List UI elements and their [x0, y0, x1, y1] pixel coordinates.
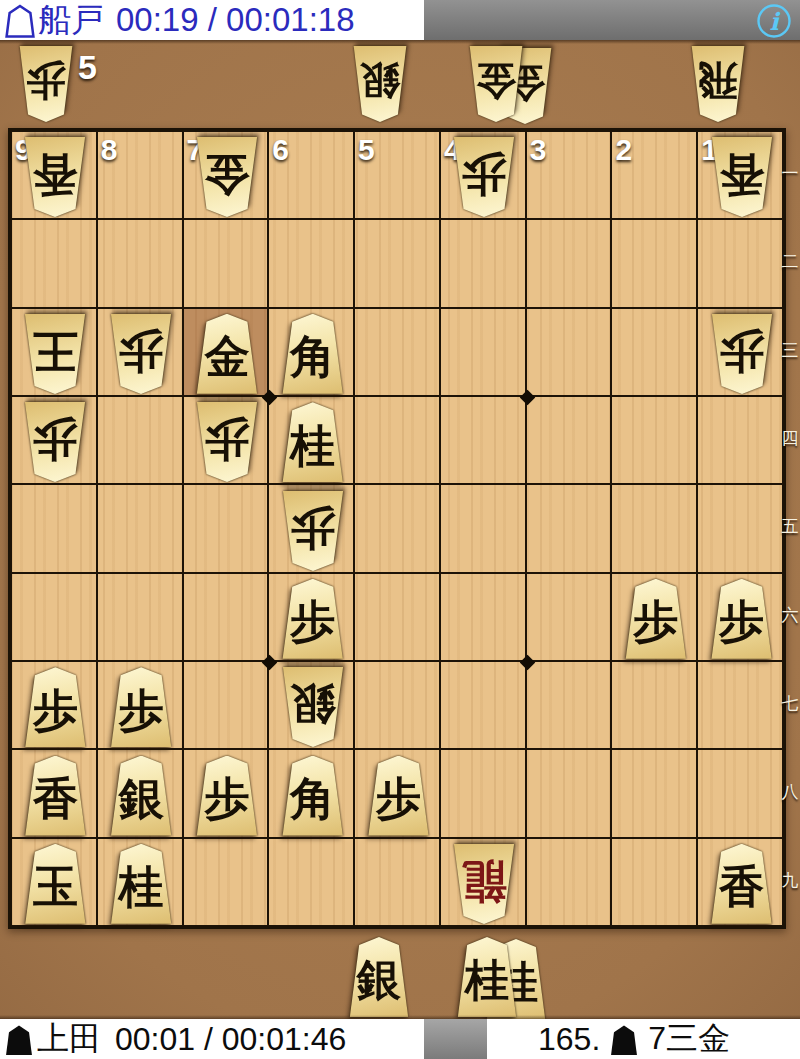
piece-body: 歩 [367, 756, 431, 836]
board-cell-3-2[interactable] [526, 219, 612, 307]
piece-glyph: 歩 [719, 599, 764, 644]
piece-body: 金 [195, 314, 259, 394]
piece-glyph: 角 [290, 776, 335, 821]
board-cell-4-3[interactable] [440, 308, 526, 396]
board-cell-4-6[interactable] [440, 573, 526, 661]
board-cell-2-5[interactable] [611, 484, 697, 572]
board-cell-7-2[interactable] [183, 219, 269, 307]
gote-hand-stand: 歩5銀金金飛 [0, 40, 800, 128]
board-piece-1-6-歩[interactable]: 歩 [710, 579, 774, 659]
rank-label-5: 五 [780, 515, 800, 538]
board-cell-5-7[interactable] [354, 661, 440, 749]
hand-gote-銀[interactable]: 銀 [352, 46, 408, 122]
board-piece-4-9-龍[interactable]: 龍 [452, 844, 516, 924]
board-piece-7-1-金[interactable]: 金 [195, 137, 259, 217]
top-bar-shadow [0, 40, 800, 44]
piece-body: 歩 [281, 579, 345, 659]
board-cell-3-3[interactable] [526, 308, 612, 396]
piece-body: 飛 [690, 46, 746, 122]
board-cell-4-8[interactable] [440, 749, 526, 837]
rank-label-9: 九 [780, 869, 800, 892]
piece-glyph: 桂 [290, 423, 335, 468]
piece-body: 桂 [109, 844, 173, 924]
board-piece-9-4-歩[interactable]: 歩 [23, 402, 87, 482]
gote-player-panel: 船戸 00:19 / 00:01:18 [0, 0, 424, 40]
rank-label-6: 六 [780, 604, 800, 627]
top-bar: 船戸 00:19 / 00:01:18 i [0, 0, 800, 40]
rank-label-7: 七 [780, 692, 800, 715]
sente-clock: 00:01 / 00:01:46 [115, 1021, 346, 1058]
top-bar-gray-panel [424, 0, 800, 40]
piece-body: 歩 [710, 314, 774, 394]
board-cell-4-5[interactable] [440, 484, 526, 572]
info-icon[interactable]: i [756, 3, 792, 39]
piece-body: 歩 [710, 579, 774, 659]
board-cell-1-2[interactable] [697, 219, 783, 307]
piece-body: 歩 [195, 756, 259, 836]
board-cell-2-3[interactable] [611, 308, 697, 396]
file-label-8: 8 [101, 133, 118, 167]
piece-glyph: 歩 [26, 61, 66, 101]
piece-glyph: 龍 [462, 858, 507, 903]
board-cell-5-3[interactable] [354, 308, 440, 396]
piece-glyph: 香 [719, 152, 764, 197]
board-piece-9-9-玉[interactable]: 玉 [23, 844, 87, 924]
hand-gote-歩[interactable]: 歩 [18, 46, 74, 122]
piece-body: 歩 [109, 667, 173, 747]
board-cell-3-7[interactable] [526, 661, 612, 749]
file-label-5: 5 [358, 133, 375, 167]
piece-body: 香 [710, 137, 774, 217]
piece-body: 龍 [452, 844, 516, 924]
piece-body: 金 [195, 137, 259, 217]
board-cell-2-4[interactable] [611, 396, 697, 484]
piece-body: 歩 [281, 491, 345, 571]
svg-text:i: i [769, 7, 780, 36]
board-piece-6-6-歩[interactable]: 歩 [281, 579, 345, 659]
board-cell-2-8[interactable] [611, 749, 697, 837]
move-text: 7三金 [648, 1017, 730, 1059]
piece-glyph: 金 [204, 334, 249, 379]
piece-glyph: 歩 [33, 688, 78, 733]
gote-clock: 00:19 / 00:01:18 [116, 1, 355, 39]
piece-glyph: 香 [33, 776, 78, 821]
piece-body: 銀 [109, 756, 173, 836]
piece-glyph: 歩 [462, 152, 507, 197]
piece-body: 金 [468, 46, 524, 122]
board-piece-5-8-歩[interactable]: 歩 [367, 756, 431, 836]
board-cell-2-9[interactable] [611, 838, 697, 926]
board-piece-9-3-王[interactable]: 王 [23, 314, 87, 394]
board-piece-6-4-桂[interactable]: 桂 [281, 402, 345, 482]
piece-glyph: 銀 [357, 958, 401, 1002]
board-cell-1-8[interactable] [697, 749, 783, 837]
sente-hand-stand: 銀桂桂 [0, 929, 800, 1019]
file-label-3: 3 [530, 133, 547, 167]
piece-glyph: 歩 [119, 688, 164, 733]
board-piece-7-3-金[interactable]: 金 [195, 314, 259, 394]
board-cell-5-4[interactable] [354, 396, 440, 484]
hand-sente-桂[interactable]: 桂 [456, 937, 518, 1017]
piece-glyph: 金 [204, 152, 249, 197]
board-piece-1-3-歩[interactable]: 歩 [710, 314, 774, 394]
board-cell-1-4[interactable] [697, 396, 783, 484]
piece-body: 銀 [352, 46, 408, 122]
piece-body: 銀 [281, 667, 345, 747]
piece-glyph: 銀 [360, 61, 400, 101]
board-cell-7-6[interactable] [183, 573, 269, 661]
piece-glyph: 歩 [376, 776, 421, 821]
board-cell-9-5[interactable] [11, 484, 97, 572]
piece-glyph: 角 [290, 334, 335, 379]
bottom-bar-gray-panel [424, 1019, 487, 1059]
piece-body: 歩 [195, 402, 259, 482]
board-piece-8-7-歩[interactable]: 歩 [109, 667, 173, 747]
board-piece-8-9-桂[interactable]: 桂 [109, 844, 173, 924]
rank-label-8: 八 [780, 780, 800, 803]
board-cell-4-7[interactable] [440, 661, 526, 749]
piece-glyph: 歩 [119, 328, 164, 373]
piece-body: 歩 [109, 314, 173, 394]
piece-glyph: 香 [33, 152, 78, 197]
rank-label-2: 二 [780, 250, 800, 273]
move-side-symbol [610, 1023, 638, 1057]
last-move-panel: 165. 7三金 [538, 1019, 730, 1059]
piece-body: 銀 [348, 937, 410, 1017]
hand-sente-銀[interactable]: 銀 [348, 937, 410, 1017]
piece-body: 歩 [624, 579, 688, 659]
sente-player-panel: 上田 00:01 / 00:01:46 [5, 1019, 346, 1059]
piece-body: 香 [23, 137, 87, 217]
board-cell-6-9[interactable] [268, 838, 354, 926]
board-piece-6-7-銀[interactable]: 銀 [281, 667, 345, 747]
rank-label-4: 四 [780, 427, 800, 450]
move-number: 165. [538, 1021, 600, 1058]
board-cell-9-6[interactable] [11, 573, 97, 661]
file-label-6: 6 [272, 133, 289, 167]
piece-glyph: 桂 [465, 958, 509, 1002]
bottom-bar: 上田 00:01 / 00:01:46 165. 7三金 [0, 1019, 800, 1059]
board-cell-5-2[interactable] [354, 219, 440, 307]
board-piece-9-8-香[interactable]: 香 [23, 756, 87, 836]
piece-body: 桂 [281, 402, 345, 482]
hand-gote-飛[interactable]: 飛 [690, 46, 746, 122]
board-cell-3-8[interactable] [526, 749, 612, 837]
board-cell-8-6[interactable] [97, 573, 183, 661]
board-piece-6-3-角[interactable]: 角 [281, 314, 345, 394]
board-cell-8-5[interactable] [97, 484, 183, 572]
piece-glyph: 歩 [290, 599, 335, 644]
board-cell-1-7[interactable] [697, 661, 783, 749]
piece-body: 角 [281, 314, 345, 394]
board-cell-2-2[interactable] [611, 219, 697, 307]
piece-glyph: 歩 [719, 328, 764, 373]
piece-glyph: 飛 [698, 61, 738, 101]
board-piece-7-4-歩[interactable]: 歩 [195, 402, 259, 482]
board-cell-3-6[interactable] [526, 573, 612, 661]
piece-glyph: 玉 [33, 864, 78, 909]
piece-glyph: 銀 [119, 776, 164, 821]
piece-glyph: 銀 [290, 682, 335, 727]
piece-body: 桂 [456, 937, 518, 1017]
board-piece-4-1-歩[interactable]: 歩 [452, 137, 516, 217]
board-cell-6-2[interactable] [268, 219, 354, 307]
piece-glyph: 歩 [204, 776, 249, 821]
board-piece-1-9-香[interactable]: 香 [710, 844, 774, 924]
gote-piece-symbol [5, 3, 35, 39]
board-cell-7-7[interactable] [183, 661, 269, 749]
board-cell-3-4[interactable] [526, 396, 612, 484]
board-piece-7-8-歩[interactable]: 歩 [195, 756, 259, 836]
piece-body: 王 [23, 314, 87, 394]
board-cell-5-5[interactable] [354, 484, 440, 572]
piece-glyph: 歩 [633, 599, 678, 644]
board-cell-3-5[interactable] [526, 484, 612, 572]
piece-body: 香 [710, 844, 774, 924]
board-cell-5-9[interactable] [354, 838, 440, 926]
piece-body: 歩 [452, 137, 516, 217]
board-cell-1-5[interactable] [697, 484, 783, 572]
piece-body: 歩 [23, 667, 87, 747]
board-cell-2-7[interactable] [611, 661, 697, 749]
piece-glyph: 金 [476, 61, 516, 101]
piece-glyph: 桂 [119, 864, 164, 909]
file-label-2: 2 [615, 133, 632, 167]
rank-label-3: 三 [780, 339, 800, 362]
board-cell-4-4[interactable] [440, 396, 526, 484]
board-piece-6-5-歩[interactable]: 歩 [281, 491, 345, 571]
piece-glyph: 歩 [33, 417, 78, 462]
rank-label-1: 一 [780, 162, 800, 185]
piece-body: 歩 [23, 402, 87, 482]
board-cell-8-4[interactable] [97, 396, 183, 484]
hand-count-gote-歩: 5 [78, 48, 97, 87]
board-cell-9-2[interactable] [11, 219, 97, 307]
board-piece-1-1-香[interactable]: 香 [710, 137, 774, 217]
board-piece-8-3-歩[interactable]: 歩 [109, 314, 173, 394]
board-cell-4-2[interactable] [440, 219, 526, 307]
hand-gote-金[interactable]: 金 [468, 46, 524, 122]
piece-body: 玉 [23, 844, 87, 924]
piece-body: 香 [23, 756, 87, 836]
sente-player-name: 上田 [37, 1017, 101, 1059]
piece-glyph: 香 [719, 864, 764, 909]
gote-player-name: 船戸 [38, 0, 104, 43]
board-piece-8-8-銀[interactable]: 銀 [109, 756, 173, 836]
sente-piece-symbol [5, 1023, 33, 1057]
board-cell-5-6[interactable] [354, 573, 440, 661]
shogi-board: 987654321香金歩香王歩金角歩歩歩桂歩歩歩歩歩歩銀香銀歩角歩玉桂龍香 [8, 128, 786, 929]
piece-glyph: 歩 [204, 417, 249, 462]
board-piece-2-6-歩[interactable]: 歩 [624, 579, 688, 659]
piece-body: 角 [281, 756, 345, 836]
piece-glyph: 歩 [290, 505, 335, 550]
board-cell-3-9[interactable] [526, 838, 612, 926]
board-cell-7-9[interactable] [183, 838, 269, 926]
board-piece-9-7-歩[interactable]: 歩 [23, 667, 87, 747]
board-cell-7-5[interactable] [183, 484, 269, 572]
board-piece-6-8-角[interactable]: 角 [281, 756, 345, 836]
board-cell-8-2[interactable] [97, 219, 183, 307]
piece-body: 歩 [18, 46, 74, 122]
piece-glyph: 王 [33, 328, 78, 373]
board-piece-9-1-香[interactable]: 香 [23, 137, 87, 217]
